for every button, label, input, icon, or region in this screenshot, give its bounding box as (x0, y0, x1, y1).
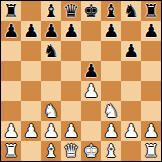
square-b3[interactable] (21, 101, 41, 121)
white-pawn-icon: ♟ (83, 81, 99, 101)
square-c4[interactable] (41, 81, 61, 101)
square-f2[interactable]: ♟ (101, 121, 121, 141)
square-c7[interactable]: ♟ (41, 21, 61, 41)
square-e2[interactable] (81, 121, 101, 141)
square-d4[interactable] (61, 81, 81, 101)
square-c6[interactable]: ♞ (41, 41, 61, 61)
square-b7[interactable]: ♟ (21, 21, 41, 41)
square-e1[interactable]: ♚ (81, 141, 101, 161)
square-b5[interactable] (21, 61, 41, 81)
square-f3[interactable]: ♞ (101, 101, 121, 121)
square-h5[interactable] (141, 61, 161, 81)
square-b4[interactable] (21, 81, 41, 101)
square-c3[interactable]: ♞ (41, 101, 61, 121)
square-d5[interactable] (61, 61, 81, 81)
black-queen-icon: ♛ (63, 1, 79, 21)
square-f4[interactable] (101, 81, 121, 101)
black-knight-icon: ♞ (123, 1, 139, 21)
square-g7[interactable] (121, 21, 141, 41)
black-bishop-icon: ♝ (43, 1, 59, 21)
square-b1[interactable] (21, 141, 41, 161)
square-a3[interactable] (1, 101, 21, 121)
square-a1[interactable]: ♜ (1, 141, 21, 161)
black-rook-icon: ♜ (3, 1, 19, 21)
chess-board-frame: ♜♝♛♚♝♞♜♟♟♟♟♟♟♞♟♟♟♞♞♟♟♟♟♟♟♟♜♝♛♚♝♜ (0, 0, 162, 162)
square-h3[interactable] (141, 101, 161, 121)
white-pawn-icon: ♟ (63, 121, 79, 141)
square-e5[interactable]: ♟ (81, 61, 101, 81)
square-d3[interactable] (61, 101, 81, 121)
square-f1[interactable]: ♝ (101, 141, 121, 161)
square-g2[interactable]: ♟ (121, 121, 141, 141)
square-d8[interactable]: ♛ (61, 1, 81, 21)
black-knight-icon: ♞ (43, 41, 59, 61)
square-a8[interactable]: ♜ (1, 1, 21, 21)
square-c2[interactable]: ♟ (41, 121, 61, 141)
square-f8[interactable]: ♝ (101, 1, 121, 21)
square-h2[interactable]: ♟ (141, 121, 161, 141)
square-a7[interactable]: ♟ (1, 21, 21, 41)
square-a4[interactable] (1, 81, 21, 101)
square-f6[interactable] (101, 41, 121, 61)
square-f5[interactable] (101, 61, 121, 81)
square-f7[interactable]: ♟ (101, 21, 121, 41)
square-b2[interactable]: ♟ (21, 121, 41, 141)
square-d7[interactable]: ♟ (61, 21, 81, 41)
black-pawn-icon: ♟ (123, 41, 139, 61)
white-pawn-icon: ♟ (103, 121, 119, 141)
black-bishop-icon: ♝ (103, 1, 119, 21)
square-a2[interactable]: ♟ (1, 121, 21, 141)
square-h7[interactable]: ♟ (141, 21, 161, 41)
square-e4[interactable]: ♟ (81, 81, 101, 101)
white-pawn-icon: ♟ (23, 121, 39, 141)
white-knight-icon: ♞ (43, 101, 59, 121)
square-b8[interactable] (21, 1, 41, 21)
square-b6[interactable] (21, 41, 41, 61)
square-a6[interactable] (1, 41, 21, 61)
white-pawn-icon: ♟ (43, 121, 59, 141)
black-pawn-icon: ♟ (143, 21, 159, 41)
chess-board: ♜♝♛♚♝♞♜♟♟♟♟♟♟♞♟♟♟♞♞♟♟♟♟♟♟♟♜♝♛♚♝♜ (1, 1, 161, 161)
white-pawn-icon: ♟ (123, 121, 139, 141)
square-c5[interactable] (41, 61, 61, 81)
white-knight-icon: ♞ (103, 101, 119, 121)
square-d6[interactable] (61, 41, 81, 61)
square-h8[interactable]: ♜ (141, 1, 161, 21)
square-g5[interactable] (121, 61, 141, 81)
square-g1[interactable] (121, 141, 141, 161)
black-pawn-icon: ♟ (83, 61, 99, 81)
white-bishop-icon: ♝ (103, 141, 119, 161)
square-d2[interactable]: ♟ (61, 121, 81, 141)
square-h6[interactable] (141, 41, 161, 61)
square-a5[interactable] (1, 61, 21, 81)
square-h1[interactable]: ♜ (141, 141, 161, 161)
square-c1[interactable]: ♝ (41, 141, 61, 161)
square-e6[interactable] (81, 41, 101, 61)
white-rook-icon: ♜ (143, 141, 159, 161)
white-pawn-icon: ♟ (3, 121, 19, 141)
square-e8[interactable]: ♚ (81, 1, 101, 21)
square-g3[interactable] (121, 101, 141, 121)
white-pawn-icon: ♟ (143, 121, 159, 141)
square-g8[interactable]: ♞ (121, 1, 141, 21)
square-d1[interactable]: ♛ (61, 141, 81, 161)
black-king-icon: ♚ (83, 1, 99, 21)
square-h4[interactable] (141, 81, 161, 101)
square-c8[interactable]: ♝ (41, 1, 61, 21)
square-e7[interactable] (81, 21, 101, 41)
square-g6[interactable]: ♟ (121, 41, 141, 61)
black-rook-icon: ♜ (143, 1, 159, 21)
black-pawn-icon: ♟ (43, 21, 59, 41)
black-pawn-icon: ♟ (23, 21, 39, 41)
white-king-icon: ♚ (83, 141, 99, 161)
black-pawn-icon: ♟ (103, 21, 119, 41)
white-queen-icon: ♛ (63, 141, 79, 161)
white-bishop-icon: ♝ (43, 141, 59, 161)
black-pawn-icon: ♟ (63, 21, 79, 41)
black-pawn-icon: ♟ (3, 21, 19, 41)
square-e3[interactable] (81, 101, 101, 121)
white-rook-icon: ♜ (3, 141, 19, 161)
square-g4[interactable] (121, 81, 141, 101)
